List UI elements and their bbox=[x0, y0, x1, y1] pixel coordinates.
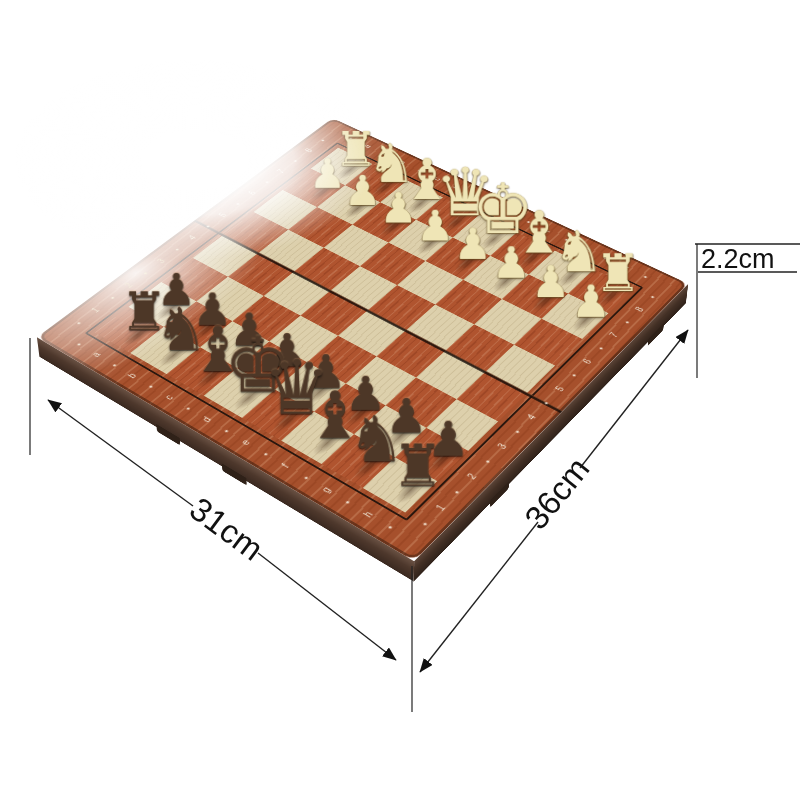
chessboard: 11aa22bb33cc44dd55ee66ff77gg88hh ♜♞♝♛♚♝♞… bbox=[37, 118, 688, 561]
chessboard-scene: 11aa22bb33cc44dd55ee66ff77gg88hh ♜♞♝♛♚♝♞… bbox=[136, 78, 600, 542]
border-inlay-dot bbox=[236, 203, 240, 205]
border-inlay-dot bbox=[388, 526, 393, 530]
border-inlay-dot bbox=[599, 347, 603, 350]
coordinate-label: 3 bbox=[497, 442, 509, 450]
border-inlay-dot bbox=[304, 476, 309, 479]
coordinate-label: 1 bbox=[435, 504, 448, 513]
coordinate-label: d bbox=[201, 416, 213, 424]
coordinate-label: h bbox=[362, 510, 375, 519]
border-inlay-dot bbox=[186, 407, 191, 410]
border-inlay-dot bbox=[175, 248, 179, 251]
clasp-foot bbox=[647, 323, 663, 346]
piece-bR: ♜ bbox=[373, 437, 462, 495]
square bbox=[514, 319, 582, 366]
coordinate-label: 6 bbox=[582, 358, 594, 366]
border-inlay-dot bbox=[423, 522, 428, 526]
square bbox=[446, 324, 515, 371]
thickness-dimension-label: 2.2cm bbox=[701, 244, 775, 274]
coordinate-label: f bbox=[281, 463, 291, 470]
dimension-line-width bbox=[258, 553, 396, 660]
coordinate-label: a bbox=[91, 351, 102, 358]
border-inlay-dot bbox=[149, 385, 153, 388]
border-inlay-dot bbox=[224, 429, 229, 432]
coordinate-label: 4 bbox=[187, 235, 198, 241]
border-inlay-dot bbox=[572, 374, 576, 377]
border-inlay-dot bbox=[77, 343, 81, 346]
border-inlay-dot bbox=[515, 430, 519, 433]
coordinate-label: b bbox=[127, 372, 139, 380]
coordinate-label: 5 bbox=[218, 212, 229, 218]
square bbox=[406, 304, 474, 350]
coordinate-label: e bbox=[240, 438, 252, 446]
board-face: 11aa22bb33cc44dd55ee66ff77gg88hh bbox=[37, 118, 688, 561]
square bbox=[486, 345, 555, 393]
coordinate-label: 5 bbox=[554, 385, 566, 393]
coordinate-label: 4 bbox=[526, 413, 538, 421]
border-inlay-dot bbox=[112, 364, 116, 367]
border-inlay-dot bbox=[77, 322, 81, 325]
coordinate-label: g bbox=[320, 486, 333, 495]
coordinate-label: 8 bbox=[634, 306, 645, 313]
clasp-foot bbox=[222, 463, 247, 485]
piece-wP: ♟ bbox=[550, 279, 631, 323]
coordinate-label: c bbox=[164, 394, 175, 401]
border-inlay-dot bbox=[263, 453, 268, 456]
clasp-foot bbox=[156, 424, 180, 446]
clasp-foot bbox=[490, 481, 509, 508]
coordinate-label: 7 bbox=[608, 332, 620, 339]
coordinate-label: 7 bbox=[276, 169, 286, 175]
coordinate-label: 2 bbox=[466, 473, 479, 482]
product-photo: 11aa22bb33cc44dd55ee66ff77gg88hh ♜♞♝♛♚♝♞… bbox=[0, 0, 800, 800]
border-inlay-dot bbox=[345, 501, 350, 505]
coordinate-label: 1 bbox=[90, 307, 101, 314]
coordinate-label: 6 bbox=[247, 190, 257, 196]
border-inlay-dot bbox=[265, 181, 269, 183]
border-inlay-dot bbox=[544, 402, 548, 405]
